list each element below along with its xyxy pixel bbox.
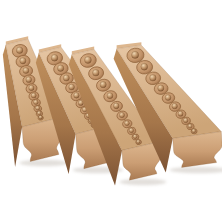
cylinder-knob bbox=[141, 63, 148, 70]
cylinder-knob bbox=[51, 54, 58, 61]
cylinder-knob bbox=[78, 100, 83, 105]
cylinder-knob bbox=[29, 85, 34, 90]
cylinder-knob bbox=[136, 140, 140, 144]
cylinder-knob bbox=[57, 65, 63, 71]
cylinder-knob bbox=[188, 124, 192, 128]
cylinder-knob bbox=[84, 57, 91, 64]
cylinder-knob bbox=[158, 85, 164, 91]
cylinder-knob bbox=[119, 112, 124, 117]
cylinder-knob bbox=[107, 93, 113, 99]
cylinder-knob bbox=[93, 69, 100, 76]
cylinder-knob bbox=[74, 93, 80, 99]
cylinder-blocks-illustration bbox=[0, 0, 222, 222]
cylinder-knob bbox=[26, 77, 32, 83]
cylinder-knob bbox=[63, 75, 69, 81]
cylinder-knob bbox=[69, 84, 75, 90]
cylinder-knob bbox=[125, 121, 130, 126]
cylinder-knob bbox=[37, 111, 41, 115]
cylinder-knob bbox=[35, 106, 39, 110]
cylinder-knob bbox=[100, 82, 106, 88]
cylinder-knob bbox=[165, 95, 171, 101]
cylinder-knob bbox=[16, 47, 23, 54]
ground-shadow bbox=[19, 160, 68, 166]
ground-shadow bbox=[120, 179, 167, 185]
cylinder-knob bbox=[183, 118, 188, 123]
cylinder-knob bbox=[20, 58, 26, 64]
cylinder-knob bbox=[133, 134, 137, 138]
cylinder-knob bbox=[39, 115, 43, 119]
product-photo: Four natural wooden Montessori knobbed c… bbox=[0, 0, 222, 222]
cylinder-knob bbox=[23, 68, 29, 74]
cylinder-knob bbox=[129, 128, 134, 133]
cylinder-knob bbox=[150, 75, 157, 82]
cylinder-knob bbox=[192, 129, 196, 133]
cylinder-knob bbox=[172, 103, 177, 108]
cylinder-knob bbox=[132, 51, 139, 58]
cylinder-knob bbox=[33, 100, 38, 105]
cylinder-knob bbox=[31, 93, 36, 98]
cylinder-knob bbox=[178, 111, 183, 116]
cylinder-knob bbox=[113, 103, 119, 109]
